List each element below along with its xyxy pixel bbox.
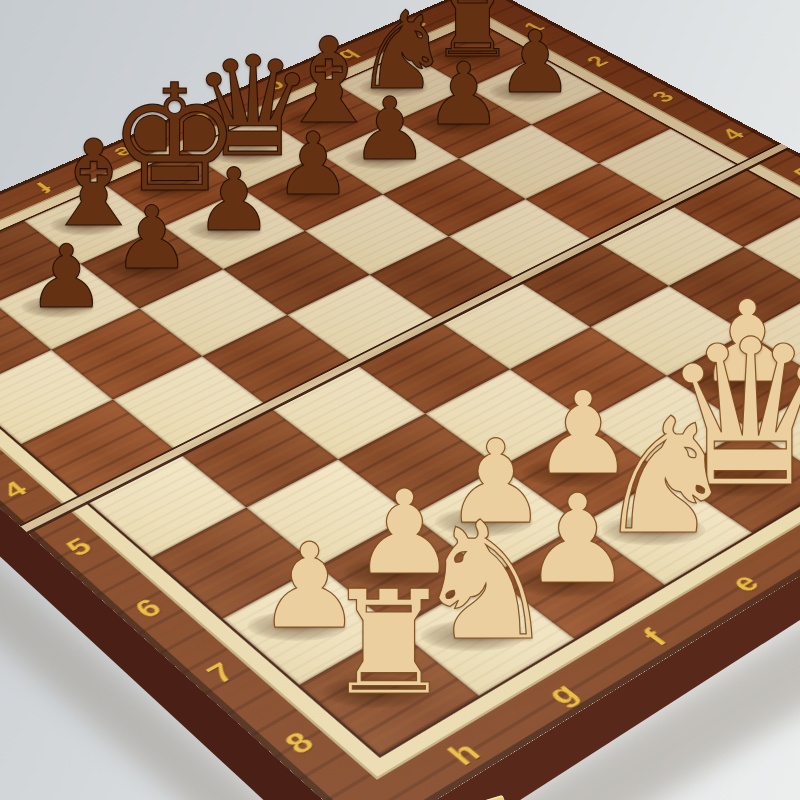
- piece-dark-pawn-d2[interactable]: ♟: [274, 121, 352, 208]
- piece-dark-pawn-c2[interactable]: ♟: [351, 86, 429, 172]
- piece-light-rook-h8[interactable]: ♜: [324, 572, 453, 716]
- piece-dark-pawn-f2[interactable]: ♟: [113, 195, 191, 282]
- chess-set-photo: 1122334455667788aabbccddeeffgghh ♜♞♝♛♚♝♟…: [0, 0, 800, 800]
- piece-dark-pawn-a2[interactable]: ♟: [497, 19, 574, 105]
- piece-dark-pawn-e2[interactable]: ♟: [195, 157, 273, 244]
- pieces-layer: ♜♞♝♛♚♝♟♟♟♟♟♟♟♟♟♟♟♟♛♞♟♞♜: [0, 0, 800, 800]
- piece-dark-pawn-g2[interactable]: ♟: [27, 234, 105, 321]
- piece-dark-pawn-b2[interactable]: ♟: [425, 52, 502, 138]
